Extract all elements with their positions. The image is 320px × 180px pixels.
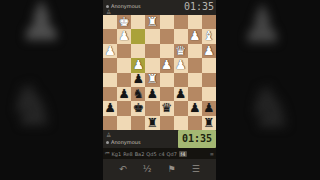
- square-g8[interactable]: [117, 116, 131, 130]
- black-rook: ♜: [203, 116, 214, 129]
- square-g3[interactable]: [117, 44, 131, 58]
- bottom-captured-pieces: ♙: [106, 132, 111, 138]
- bottom-player-name: Anonymous: [111, 139, 140, 145]
- jump-start-icon[interactable]: ⏮: [105, 150, 110, 157]
- black-pawn: ♟: [175, 87, 186, 100]
- white-pawn: ♟: [175, 59, 186, 72]
- top-player-name: Anonymous: [111, 3, 140, 9]
- black-pawn: ♟: [189, 102, 200, 115]
- white-bishop: ♝: [203, 30, 214, 43]
- square-h7[interactable]: ♟: [103, 101, 117, 115]
- square-h4[interactable]: [103, 58, 117, 72]
- move-token[interactable]: Qd7: [167, 151, 177, 157]
- square-b1[interactable]: [188, 15, 202, 29]
- square-d7[interactable]: ♛: [160, 101, 174, 115]
- draw-button[interactable]: ½: [143, 165, 152, 174]
- square-d1[interactable]: [160, 15, 174, 29]
- white-queen: ♛: [175, 44, 186, 57]
- square-e6[interactable]: ♟: [145, 87, 159, 101]
- square-h1[interactable]: [103, 15, 117, 29]
- square-d3[interactable]: [160, 44, 174, 58]
- square-f6[interactable]: ♞: [131, 87, 145, 101]
- square-c8[interactable]: [174, 116, 188, 130]
- square-h3[interactable]: ♟: [103, 44, 117, 58]
- move-token[interactable]: Re8: [123, 151, 133, 157]
- black-queen: ♛: [161, 102, 172, 115]
- white-pawn: ♟: [133, 59, 144, 72]
- black-pawn: ♟: [104, 102, 115, 115]
- square-a1[interactable]: [202, 15, 216, 29]
- bottom-player-bar: ♙ Anonymous 01:35: [103, 130, 216, 148]
- square-d6[interactable]: [160, 87, 174, 101]
- move-list-menu-icon[interactable]: ≡: [210, 151, 214, 157]
- square-c5[interactable]: [174, 73, 188, 87]
- move-token[interactable]: Qd5: [146, 151, 156, 157]
- video-frame: ♟ ♞ ♟ ♞ Anonymous ♙ 01:35 ♚♜♟♟♝♟♛♟♟♟♟♟♜♟…: [0, 0, 320, 180]
- blurred-knight-silhouette: ♞: [6, 76, 58, 134]
- square-a2[interactable]: ♝: [202, 29, 216, 43]
- resign-button[interactable]: ⚑: [168, 165, 176, 174]
- black-rook: ♜: [147, 116, 158, 129]
- chess-app: Anonymous ♙ 01:35 ♚♜♟♟♝♟♛♟♟♟♟♟♜♟♞♟♟♟♚♛♟♟…: [103, 0, 216, 180]
- square-d2[interactable]: [160, 29, 174, 43]
- square-a4[interactable]: [202, 58, 216, 72]
- blurred-knight-silhouette: ♞: [244, 78, 296, 136]
- online-status-dot: [106, 141, 109, 144]
- chess-board[interactable]: ♚♜♟♟♝♟♛♟♟♟♟♟♜♟♞♟♟♟♚♛♟♟♜♜: [103, 15, 216, 130]
- move-list: ⏮ Kg1Re8Ba2Qd5c4Qd7f4 ≡: [103, 148, 216, 159]
- square-d8[interactable]: [160, 116, 174, 130]
- square-f7[interactable]: ♚: [131, 101, 145, 115]
- square-f2[interactable]: [131, 29, 145, 43]
- white-pawn: ♟: [161, 59, 172, 72]
- square-a8[interactable]: ♜: [202, 116, 216, 130]
- white-pawn: ♟: [119, 30, 130, 43]
- square-a7[interactable]: ♟: [202, 101, 216, 115]
- white-pawn: ♟: [189, 30, 200, 43]
- square-b7[interactable]: ♟: [188, 101, 202, 115]
- square-b5[interactable]: [188, 73, 202, 87]
- square-h5[interactable]: [103, 73, 117, 87]
- square-a5[interactable]: [202, 73, 216, 87]
- move-token[interactable]: Ba2: [135, 151, 145, 157]
- square-d4[interactable]: ♟: [160, 58, 174, 72]
- square-c3[interactable]: ♛: [174, 44, 188, 58]
- takeback-icon: ↶: [119, 164, 127, 174]
- square-g7[interactable]: [117, 101, 131, 115]
- square-e2[interactable]: [145, 29, 159, 43]
- square-e7[interactable]: [145, 101, 159, 115]
- square-b6[interactable]: [188, 87, 202, 101]
- square-e8[interactable]: ♜: [145, 116, 159, 130]
- square-a6[interactable]: [202, 87, 216, 101]
- draw-icon: ½: [143, 164, 152, 174]
- black-pawn: ♟: [147, 87, 158, 100]
- square-g5[interactable]: [117, 73, 131, 87]
- square-g6[interactable]: ♟: [117, 87, 131, 101]
- black-king: ♚: [133, 102, 144, 115]
- top-player-bar: Anonymous ♙ 01:35: [103, 0, 216, 15]
- white-rook: ♜: [147, 15, 158, 28]
- square-c7[interactable]: [174, 101, 188, 115]
- takeback-button[interactable]: ↶: [119, 165, 127, 174]
- white-rook: ♜: [147, 73, 158, 86]
- move-token[interactable]: f4: [179, 151, 187, 157]
- square-g2[interactable]: ♟: [117, 29, 131, 43]
- move-tokens: Kg1Re8Ba2Qd5c4Qd7f4: [112, 151, 187, 157]
- square-b2[interactable]: ♟: [188, 29, 202, 43]
- square-f3[interactable]: [131, 44, 145, 58]
- game-toolbar: ↶½⚑☰: [103, 159, 216, 180]
- square-f5[interactable]: ♟: [131, 73, 145, 87]
- bottom-player-name-row: Anonymous: [106, 139, 140, 145]
- square-f4[interactable]: ♟: [131, 58, 145, 72]
- square-f1[interactable]: [131, 15, 145, 29]
- move-token[interactable]: Kg1: [112, 151, 122, 157]
- square-b8[interactable]: [188, 116, 202, 130]
- square-h2[interactable]: [103, 29, 117, 43]
- white-king: ♚: [119, 15, 130, 28]
- white-pawn: ♟: [203, 44, 214, 57]
- blurred-pawn-silhouette: ♟: [240, 0, 285, 50]
- top-player-clock: 01:35: [184, 1, 214, 12]
- resign-icon: ⚑: [168, 164, 176, 174]
- square-c6[interactable]: ♟: [174, 87, 188, 101]
- square-c1[interactable]: [174, 15, 188, 29]
- black-pawn: ♟: [203, 102, 214, 115]
- square-e5[interactable]: ♜: [145, 73, 159, 87]
- black-knight: ♞: [133, 87, 144, 100]
- bottom-player-clock: 01:35: [178, 130, 216, 148]
- square-g1[interactable]: ♚: [117, 15, 131, 29]
- square-e1[interactable]: ♜: [145, 15, 159, 29]
- square-c2[interactable]: [174, 29, 188, 43]
- menu-icon: ☰: [192, 164, 200, 174]
- blurred-pawn-silhouette: ♟: [18, 0, 65, 48]
- square-f8[interactable]: [131, 116, 145, 130]
- menu-button[interactable]: ☰: [192, 165, 200, 174]
- black-pawn: ♟: [119, 87, 130, 100]
- white-pawn: ♟: [104, 44, 115, 57]
- square-g4[interactable]: [117, 58, 131, 72]
- square-b3[interactable]: [188, 44, 202, 58]
- square-e3[interactable]: [145, 44, 159, 58]
- black-pawn: ♟: [133, 73, 144, 86]
- square-e4[interactable]: [145, 58, 159, 72]
- square-c4[interactable]: ♟: [174, 58, 188, 72]
- square-b4[interactable]: [188, 58, 202, 72]
- square-h6[interactable]: [103, 87, 117, 101]
- square-d5[interactable]: [160, 73, 174, 87]
- square-h8[interactable]: [103, 116, 117, 130]
- move-token[interactable]: c4: [159, 151, 165, 157]
- square-a3[interactable]: ♟: [202, 44, 216, 58]
